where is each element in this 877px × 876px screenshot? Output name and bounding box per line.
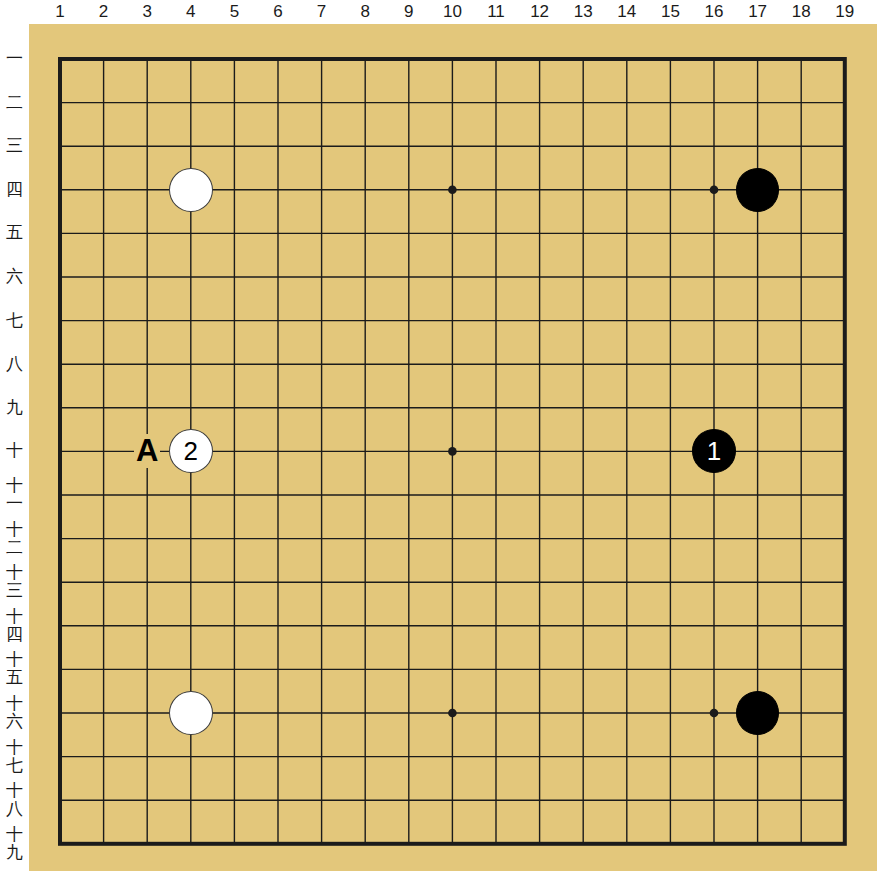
board-cell[interactable]: [518, 81, 562, 125]
board-cell[interactable]: [779, 342, 823, 386]
board-cell[interactable]: [82, 691, 126, 735]
board-cell[interactable]: [38, 124, 82, 168]
board-cell[interactable]: [692, 604, 736, 648]
board-cell[interactable]: [736, 212, 780, 256]
board-cell[interactable]: [125, 124, 169, 168]
board-cell[interactable]: [823, 168, 867, 212]
board-cell[interactable]: [561, 81, 605, 125]
board-cell[interactable]: [38, 473, 82, 517]
board-cell[interactable]: [300, 735, 344, 779]
board-cell[interactable]: [125, 517, 169, 561]
board-cell[interactable]: [431, 342, 475, 386]
board-cell[interactable]: [169, 299, 213, 343]
board-cell[interactable]: [779, 37, 823, 81]
board-cell[interactable]: [38, 342, 82, 386]
board-cell[interactable]: [692, 168, 736, 212]
board-cell[interactable]: [692, 255, 736, 299]
board-cell[interactable]: [169, 212, 213, 256]
board-cell[interactable]: [736, 648, 780, 692]
board-cell[interactable]: [561, 212, 605, 256]
board-cell[interactable]: [125, 386, 169, 430]
board-cell[interactable]: [300, 386, 344, 430]
board-cell[interactable]: [692, 517, 736, 561]
board-cell[interactable]: [169, 560, 213, 604]
board-cell[interactable]: [561, 342, 605, 386]
board-cell[interactable]: [431, 560, 475, 604]
board-cell[interactable]: [213, 473, 257, 517]
board-cell[interactable]: [300, 81, 344, 125]
board-cell[interactable]: [256, 168, 300, 212]
board-cell[interactable]: [561, 604, 605, 648]
board-cell[interactable]: [256, 560, 300, 604]
board-cell[interactable]: [518, 168, 562, 212]
board-cell[interactable]: [256, 212, 300, 256]
board-cell[interactable]: [605, 386, 649, 430]
board-cell[interactable]: [300, 604, 344, 648]
board-cell[interactable]: [605, 691, 649, 735]
board-cell[interactable]: [82, 560, 126, 604]
board-cell[interactable]: [213, 124, 257, 168]
board-cell[interactable]: [38, 430, 82, 474]
board-cell[interactable]: [518, 342, 562, 386]
board-cell[interactable]: [38, 691, 82, 735]
board-cell[interactable]: [736, 822, 780, 866]
board-cell[interactable]: [605, 735, 649, 779]
board-cell[interactable]: [213, 691, 257, 735]
board-cell[interactable]: [38, 778, 82, 822]
board-cell[interactable]: [213, 822, 257, 866]
board-cell[interactable]: [387, 299, 431, 343]
board-cell[interactable]: [823, 517, 867, 561]
board-cell[interactable]: [169, 124, 213, 168]
board-cell[interactable]: [518, 691, 562, 735]
board-cell[interactable]: [213, 168, 257, 212]
board-cell[interactable]: A: [125, 430, 169, 474]
board-cell[interactable]: [649, 517, 693, 561]
board-cell[interactable]: [431, 212, 475, 256]
board-cell[interactable]: [169, 822, 213, 866]
board-cell[interactable]: [82, 473, 126, 517]
board-cell[interactable]: [82, 386, 126, 430]
board-cell[interactable]: [256, 822, 300, 866]
board-cell[interactable]: [38, 560, 82, 604]
board-cell[interactable]: [518, 517, 562, 561]
board-cell[interactable]: [779, 648, 823, 692]
board-cell[interactable]: [561, 386, 605, 430]
board-cell[interactable]: [779, 124, 823, 168]
board-cell[interactable]: [823, 386, 867, 430]
board-cell[interactable]: [431, 168, 475, 212]
board-cell[interactable]: [169, 691, 213, 735]
board-cell[interactable]: [736, 81, 780, 125]
white-stone[interactable]: [169, 691, 213, 735]
board-cell[interactable]: [474, 255, 518, 299]
white-stone[interactable]: [169, 168, 213, 212]
board-cell[interactable]: [605, 124, 649, 168]
board-cell[interactable]: [38, 517, 82, 561]
board-cell[interactable]: 1: [692, 430, 736, 474]
board-cell[interactable]: [736, 168, 780, 212]
board-cell[interactable]: [561, 37, 605, 81]
board-cell[interactable]: [649, 37, 693, 81]
board-cell[interactable]: [561, 735, 605, 779]
board-cell[interactable]: [256, 473, 300, 517]
board-cell[interactable]: [736, 735, 780, 779]
board-cell[interactable]: [779, 255, 823, 299]
board-cell[interactable]: [779, 778, 823, 822]
board-cell[interactable]: [387, 604, 431, 648]
board-cell[interactable]: [300, 430, 344, 474]
board-cell[interactable]: [605, 430, 649, 474]
board-cell[interactable]: [300, 299, 344, 343]
board-cell[interactable]: [300, 124, 344, 168]
board-cell[interactable]: [431, 604, 475, 648]
board-cell[interactable]: [474, 648, 518, 692]
board-cell[interactable]: [387, 255, 431, 299]
board-cell[interactable]: [256, 124, 300, 168]
board-cell[interactable]: [125, 342, 169, 386]
board-cell[interactable]: [82, 212, 126, 256]
board-cell[interactable]: [343, 691, 387, 735]
board-cell[interactable]: [387, 691, 431, 735]
board-cell[interactable]: [736, 473, 780, 517]
board-cell[interactable]: 2: [169, 430, 213, 474]
board-cell[interactable]: [605, 81, 649, 125]
board-cell[interactable]: [692, 212, 736, 256]
board-cell[interactable]: [256, 604, 300, 648]
board-cell[interactable]: [82, 517, 126, 561]
board-cell[interactable]: [779, 430, 823, 474]
board-cell[interactable]: [561, 299, 605, 343]
board-cell[interactable]: [343, 560, 387, 604]
board-cell[interactable]: [213, 517, 257, 561]
board-cell[interactable]: [256, 299, 300, 343]
board-cell[interactable]: [649, 473, 693, 517]
board-cell[interactable]: [431, 735, 475, 779]
board-cell[interactable]: [474, 168, 518, 212]
board-cell[interactable]: [736, 255, 780, 299]
board-cell[interactable]: [649, 604, 693, 648]
board-cell[interactable]: [169, 473, 213, 517]
board-cell[interactable]: [125, 299, 169, 343]
board-cell[interactable]: [431, 473, 475, 517]
board-cell[interactable]: [605, 560, 649, 604]
board-cell[interactable]: [213, 37, 257, 81]
board-cell[interactable]: [300, 691, 344, 735]
board-cell[interactable]: [474, 81, 518, 125]
board-cell[interactable]: [474, 430, 518, 474]
board-cell[interactable]: [256, 37, 300, 81]
board-cell[interactable]: [38, 212, 82, 256]
board-cell[interactable]: [649, 168, 693, 212]
board-cell[interactable]: [779, 81, 823, 125]
board-cell[interactable]: [343, 81, 387, 125]
board-cell[interactable]: [518, 37, 562, 81]
board-cell[interactable]: [82, 37, 126, 81]
board-cell[interactable]: [343, 778, 387, 822]
board-cell[interactable]: [736, 778, 780, 822]
board-cell[interactable]: [779, 822, 823, 866]
board-cell[interactable]: [474, 735, 518, 779]
board-cell[interactable]: [431, 517, 475, 561]
board-cell[interactable]: [125, 212, 169, 256]
board-cell[interactable]: [431, 124, 475, 168]
board-cell[interactable]: [605, 255, 649, 299]
board-cell[interactable]: [649, 386, 693, 430]
board-cell[interactable]: [300, 168, 344, 212]
board-cell[interactable]: [300, 822, 344, 866]
board-cell[interactable]: [736, 604, 780, 648]
board-cell[interactable]: [692, 342, 736, 386]
board-cell[interactable]: [213, 778, 257, 822]
board-cell[interactable]: [431, 37, 475, 81]
point-label-marker[interactable]: A: [134, 434, 160, 468]
board-cell[interactable]: [605, 822, 649, 866]
board-cell[interactable]: [256, 517, 300, 561]
board-cell[interactable]: [256, 648, 300, 692]
board-cell[interactable]: [605, 168, 649, 212]
board-cell[interactable]: [605, 517, 649, 561]
board-cell[interactable]: [387, 430, 431, 474]
board-cell[interactable]: [125, 37, 169, 81]
board-cell[interactable]: [823, 822, 867, 866]
board-cell[interactable]: [387, 560, 431, 604]
board-cell[interactable]: [605, 212, 649, 256]
board-cell[interactable]: [823, 691, 867, 735]
board-cell[interactable]: [343, 822, 387, 866]
board-cell[interactable]: [256, 778, 300, 822]
board-cell[interactable]: [38, 735, 82, 779]
board-cell[interactable]: [736, 386, 780, 430]
board-cell[interactable]: [387, 342, 431, 386]
board-cell[interactable]: [518, 255, 562, 299]
board-cell[interactable]: [474, 691, 518, 735]
board-cell[interactable]: [474, 560, 518, 604]
board-cell[interactable]: [38, 604, 82, 648]
board-cell[interactable]: [431, 648, 475, 692]
board-cell[interactable]: [692, 822, 736, 866]
board-cell[interactable]: [213, 430, 257, 474]
board-cell[interactable]: [561, 473, 605, 517]
board-cell[interactable]: [823, 473, 867, 517]
board-cell[interactable]: [518, 735, 562, 779]
board-cell[interactable]: [561, 255, 605, 299]
board-cell[interactable]: [474, 473, 518, 517]
board-cell[interactable]: [692, 778, 736, 822]
board-cell[interactable]: [605, 648, 649, 692]
board-cell[interactable]: [387, 37, 431, 81]
board-cell[interactable]: [561, 691, 605, 735]
board-cell[interactable]: [38, 822, 82, 866]
board-cell[interactable]: [823, 560, 867, 604]
board-cell[interactable]: [213, 648, 257, 692]
board-cell[interactable]: [387, 212, 431, 256]
board-cell[interactable]: [692, 299, 736, 343]
board-cell[interactable]: [169, 81, 213, 125]
board-cell[interactable]: [518, 560, 562, 604]
board-cell[interactable]: [649, 299, 693, 343]
board-cell[interactable]: [213, 735, 257, 779]
board-cell[interactable]: [125, 81, 169, 125]
board-cell[interactable]: [561, 560, 605, 604]
board-cell[interactable]: [256, 430, 300, 474]
board-cell[interactable]: [256, 342, 300, 386]
board-cell[interactable]: [649, 342, 693, 386]
board-cell[interactable]: [561, 168, 605, 212]
board-cell[interactable]: [605, 342, 649, 386]
board-cell[interactable]: [256, 386, 300, 430]
board-cell[interactable]: [823, 604, 867, 648]
board-cell[interactable]: [474, 37, 518, 81]
board-cell[interactable]: [736, 299, 780, 343]
board-cell[interactable]: [561, 648, 605, 692]
board-cell[interactable]: [561, 517, 605, 561]
board-cell[interactable]: [431, 299, 475, 343]
board-cell[interactable]: [213, 212, 257, 256]
board-cell[interactable]: [213, 604, 257, 648]
board-cell[interactable]: [518, 212, 562, 256]
board-cell[interactable]: [692, 691, 736, 735]
board-cell[interactable]: [518, 822, 562, 866]
board-cell[interactable]: [518, 604, 562, 648]
board-cell[interactable]: [431, 430, 475, 474]
board-cell[interactable]: [649, 778, 693, 822]
board-cell[interactable]: [343, 473, 387, 517]
board-cell[interactable]: [518, 299, 562, 343]
board-cell[interactable]: [256, 735, 300, 779]
board-cell[interactable]: [518, 473, 562, 517]
board-cell[interactable]: [518, 778, 562, 822]
board-cell[interactable]: [605, 473, 649, 517]
board-cell[interactable]: [518, 124, 562, 168]
board-cell[interactable]: [387, 473, 431, 517]
board-cell[interactable]: [474, 778, 518, 822]
board-cell[interactable]: [649, 735, 693, 779]
white-stone[interactable]: 2: [169, 429, 213, 473]
board-cell[interactable]: [343, 735, 387, 779]
board-cell[interactable]: [169, 517, 213, 561]
board-cell[interactable]: [561, 430, 605, 474]
board-cell[interactable]: [431, 386, 475, 430]
board-cell[interactable]: [474, 604, 518, 648]
board-cell[interactable]: [343, 124, 387, 168]
board-cell[interactable]: [387, 168, 431, 212]
board-cell[interactable]: [38, 648, 82, 692]
board-cell[interactable]: [343, 517, 387, 561]
board-cell[interactable]: [343, 255, 387, 299]
board-cell[interactable]: [343, 37, 387, 81]
board-cell[interactable]: [125, 473, 169, 517]
board-cell[interactable]: [213, 560, 257, 604]
board-cell[interactable]: [736, 517, 780, 561]
board-cell[interactable]: [125, 560, 169, 604]
board-cell[interactable]: [343, 648, 387, 692]
board-cell[interactable]: [605, 778, 649, 822]
board-cell[interactable]: [649, 648, 693, 692]
board-cell[interactable]: [300, 560, 344, 604]
board-cell[interactable]: [692, 648, 736, 692]
board-cell[interactable]: [256, 81, 300, 125]
board-cell[interactable]: [823, 299, 867, 343]
board-cell[interactable]: [343, 604, 387, 648]
board-cell[interactable]: [300, 342, 344, 386]
board-cell[interactable]: [649, 255, 693, 299]
board-cell[interactable]: [736, 37, 780, 81]
board-cell[interactable]: [125, 778, 169, 822]
board-cell[interactable]: [779, 168, 823, 212]
board-cell[interactable]: [82, 299, 126, 343]
board-cell[interactable]: [823, 81, 867, 125]
board-cell[interactable]: [125, 648, 169, 692]
board-cell[interactable]: [518, 386, 562, 430]
board-cell[interactable]: [474, 386, 518, 430]
board-cell[interactable]: [343, 386, 387, 430]
board-cell[interactable]: [300, 37, 344, 81]
board-cell[interactable]: [387, 648, 431, 692]
board-cell[interactable]: [387, 735, 431, 779]
board-cell[interactable]: [474, 342, 518, 386]
board-cell[interactable]: [605, 604, 649, 648]
board-cell[interactable]: [779, 212, 823, 256]
board-cell[interactable]: [518, 430, 562, 474]
board-cell[interactable]: [256, 255, 300, 299]
board-cell[interactable]: [692, 386, 736, 430]
board-cell[interactable]: [82, 778, 126, 822]
board-cell[interactable]: [387, 517, 431, 561]
board-cell[interactable]: [692, 735, 736, 779]
board-cell[interactable]: [387, 124, 431, 168]
board-cell[interactable]: [736, 691, 780, 735]
board-cell[interactable]: [300, 778, 344, 822]
board-cell[interactable]: [82, 604, 126, 648]
board-cell[interactable]: [561, 778, 605, 822]
board-cell[interactable]: [169, 342, 213, 386]
board-cell[interactable]: [605, 299, 649, 343]
board-cell[interactable]: [169, 386, 213, 430]
board-cell[interactable]: [387, 386, 431, 430]
board-cell[interactable]: [474, 212, 518, 256]
board-cell[interactable]: [823, 37, 867, 81]
board-cell[interactable]: [169, 37, 213, 81]
board-cell[interactable]: [736, 430, 780, 474]
board-cell[interactable]: [38, 168, 82, 212]
board-cell[interactable]: [779, 473, 823, 517]
board-cell[interactable]: [169, 168, 213, 212]
board-cell[interactable]: [474, 124, 518, 168]
board-cell[interactable]: [38, 299, 82, 343]
board-cell[interactable]: [823, 430, 867, 474]
board-cell[interactable]: [779, 517, 823, 561]
board-cell[interactable]: [736, 342, 780, 386]
board-cell[interactable]: [343, 168, 387, 212]
board-cell[interactable]: [431, 255, 475, 299]
board-cell[interactable]: [82, 430, 126, 474]
board-cell[interactable]: [38, 255, 82, 299]
board-cell[interactable]: [649, 822, 693, 866]
board-cell[interactable]: [736, 124, 780, 168]
board-cell[interactable]: [82, 124, 126, 168]
board-cell[interactable]: [431, 778, 475, 822]
board-cell[interactable]: [82, 168, 126, 212]
board-cell[interactable]: [38, 81, 82, 125]
board-cell[interactable]: [169, 735, 213, 779]
board-cell[interactable]: [169, 778, 213, 822]
board-cell[interactable]: [300, 212, 344, 256]
board-cell[interactable]: [343, 430, 387, 474]
board-cell[interactable]: [649, 560, 693, 604]
board-cell[interactable]: [431, 822, 475, 866]
board-cell[interactable]: [82, 648, 126, 692]
